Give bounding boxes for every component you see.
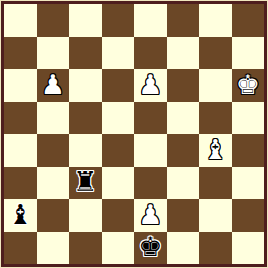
chess-board: ♟♟♚♝♜♝♟♚ <box>4 4 264 264</box>
square-e3[interactable] <box>134 167 167 200</box>
square-c5[interactable] <box>69 102 102 135</box>
square-d6[interactable] <box>102 69 135 102</box>
square-d2[interactable] <box>102 199 135 232</box>
white-pawn-e6: ♟ <box>138 71 162 98</box>
square-g7[interactable] <box>199 37 232 70</box>
square-h3[interactable] <box>232 167 265 200</box>
square-f6[interactable] <box>167 69 200 102</box>
square-g3[interactable] <box>199 167 232 200</box>
square-h8[interactable] <box>232 4 265 37</box>
square-g2[interactable] <box>199 199 232 232</box>
square-b5[interactable] <box>37 102 70 135</box>
square-b1[interactable] <box>37 232 70 265</box>
square-e1[interactable]: ♚ <box>134 232 167 265</box>
square-e5[interactable] <box>134 102 167 135</box>
square-f5[interactable] <box>167 102 200 135</box>
square-a2[interactable]: ♝ <box>4 199 37 232</box>
square-d1[interactable] <box>102 232 135 265</box>
square-f8[interactable] <box>167 4 200 37</box>
square-a5[interactable] <box>4 102 37 135</box>
square-c2[interactable] <box>69 199 102 232</box>
square-a4[interactable] <box>4 134 37 167</box>
square-c6[interactable] <box>69 69 102 102</box>
white-king-h6: ♚ <box>236 71 260 98</box>
square-b6[interactable]: ♟ <box>37 69 70 102</box>
square-e7[interactable] <box>134 37 167 70</box>
square-d4[interactable] <box>102 134 135 167</box>
square-f1[interactable] <box>167 232 200 265</box>
square-d7[interactable] <box>102 37 135 70</box>
square-d5[interactable] <box>102 102 135 135</box>
square-c4[interactable] <box>69 134 102 167</box>
square-c3[interactable]: ♜ <box>69 167 102 200</box>
black-bishop-a2: ♝ <box>8 201 32 228</box>
square-g8[interactable] <box>199 4 232 37</box>
square-a6[interactable] <box>4 69 37 102</box>
square-f4[interactable] <box>167 134 200 167</box>
square-h7[interactable] <box>232 37 265 70</box>
square-e6[interactable]: ♟ <box>134 69 167 102</box>
white-pawn-e2: ♟ <box>138 201 162 228</box>
square-b8[interactable] <box>37 4 70 37</box>
square-b7[interactable] <box>37 37 70 70</box>
white-pawn-b6: ♟ <box>41 71 65 98</box>
square-d8[interactable] <box>102 4 135 37</box>
square-h4[interactable] <box>232 134 265 167</box>
square-a8[interactable] <box>4 4 37 37</box>
square-d3[interactable] <box>102 167 135 200</box>
square-f2[interactable] <box>167 199 200 232</box>
square-e4[interactable] <box>134 134 167 167</box>
square-c7[interactable] <box>69 37 102 70</box>
square-e2[interactable]: ♟ <box>134 199 167 232</box>
square-g4[interactable]: ♝ <box>199 134 232 167</box>
square-a3[interactable] <box>4 167 37 200</box>
square-g1[interactable] <box>199 232 232 265</box>
square-g5[interactable] <box>199 102 232 135</box>
square-e8[interactable] <box>134 4 167 37</box>
square-a7[interactable] <box>4 37 37 70</box>
square-f3[interactable] <box>167 167 200 200</box>
square-b4[interactable] <box>37 134 70 167</box>
square-h2[interactable] <box>232 199 265 232</box>
square-b3[interactable] <box>37 167 70 200</box>
black-king-e1: ♚ <box>138 233 162 260</box>
square-h1[interactable] <box>232 232 265 265</box>
square-b2[interactable] <box>37 199 70 232</box>
square-c1[interactable] <box>69 232 102 265</box>
chess-board-frame: ♟♟♚♝♜♝♟♚ <box>0 0 268 268</box>
square-g6[interactable] <box>199 69 232 102</box>
black-rook-c3: ♜ <box>73 168 97 195</box>
square-f7[interactable] <box>167 37 200 70</box>
square-h6[interactable]: ♚ <box>232 69 265 102</box>
square-c8[interactable] <box>69 4 102 37</box>
white-bishop-g4: ♝ <box>203 136 227 163</box>
square-a1[interactable] <box>4 232 37 265</box>
square-h5[interactable] <box>232 102 265 135</box>
